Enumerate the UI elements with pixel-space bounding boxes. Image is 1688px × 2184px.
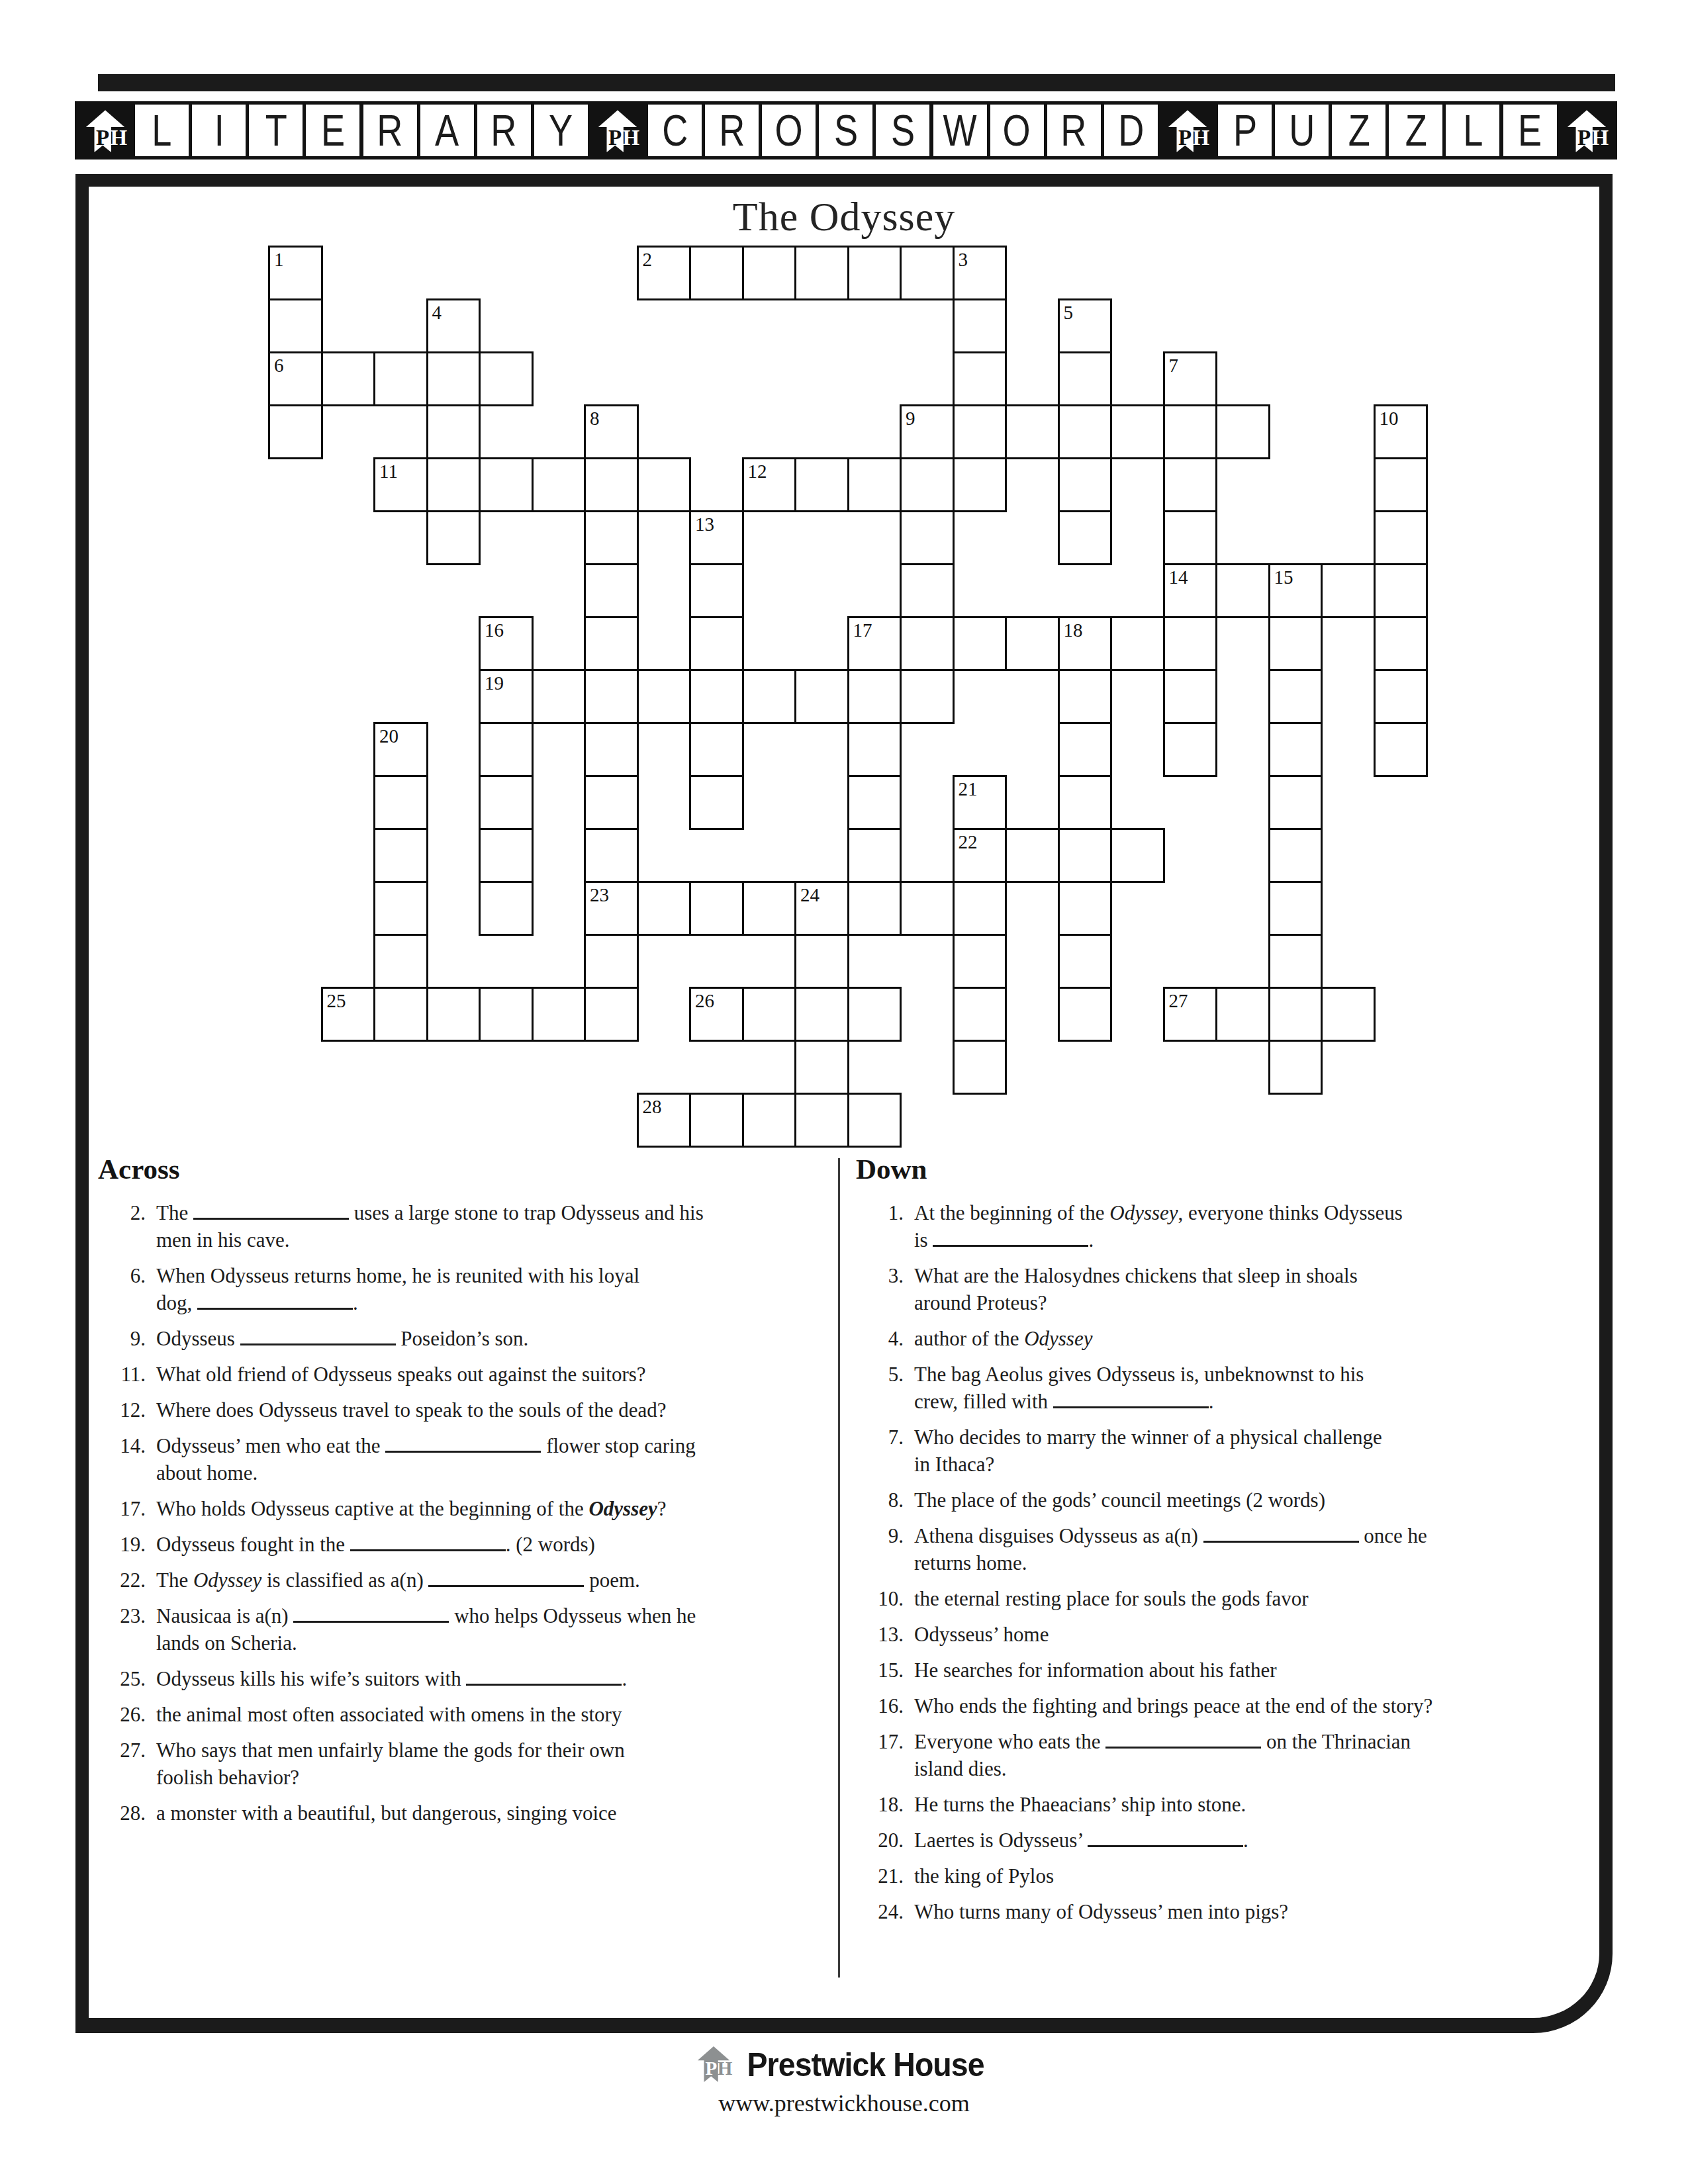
grid-cell[interactable]: 6 (268, 351, 323, 406)
cell-number: 11 (379, 460, 398, 482)
grid-cell[interactable]: 19 (479, 669, 534, 724)
grid-cell[interactable] (479, 775, 534, 830)
clue-text: Odysseus Poseidon’s son. (156, 1325, 829, 1352)
grid-cell[interactable] (1163, 457, 1218, 512)
clue-number: 25. (98, 1665, 156, 1692)
clue-text: Who says that men unfairly blame the god… (156, 1737, 829, 1791)
grid-cell[interactable] (794, 934, 849, 989)
grid-cell[interactable] (742, 246, 797, 300)
clue-number: 22. (98, 1567, 156, 1594)
cell-number: 24 (800, 884, 820, 906)
grid-cell[interactable] (742, 1093, 797, 1148)
grid-cell[interactable] (1268, 722, 1323, 777)
clue-item: 26.the animal most often associated with… (98, 1701, 829, 1728)
cell-number: 1 (274, 248, 284, 271)
clue-item: 14.Odysseus’ men who eat the flower stop… (98, 1432, 829, 1486)
grid-cell[interactable]: 18 (1058, 616, 1113, 671)
grid-cell[interactable] (1268, 669, 1323, 724)
grid-cell[interactable]: 24 (794, 881, 849, 936)
footer: PH Prestwick House www.prestwickhouse.co… (0, 2042, 1688, 2118)
grid-cell[interactable] (373, 881, 428, 936)
banner-letter-tile: S (872, 101, 933, 159)
cell-number: 4 (432, 301, 442, 324)
grid-cell[interactable] (794, 1040, 849, 1095)
grid-cell[interactable]: 4 (426, 298, 481, 353)
banner-letter: P (1233, 105, 1256, 156)
grid-cell[interactable]: 20 (373, 722, 428, 777)
grid-cell[interactable] (689, 246, 744, 300)
grid-cell[interactable] (953, 298, 1008, 353)
grid-cell[interactable] (479, 722, 534, 777)
clue-item: 27.Who says that men unfairly blame the … (98, 1737, 829, 1791)
clue-number: 10. (856, 1585, 914, 1612)
banner-letter-tile: P (1215, 101, 1275, 159)
banner-letter: T (265, 105, 287, 156)
banner-letter: C (662, 105, 688, 156)
banner-letter: A (435, 105, 459, 156)
clue-number: 26. (98, 1701, 156, 1728)
clue-number: 6. (98, 1262, 156, 1316)
grid-cell[interactable]: 22 (953, 828, 1008, 883)
clue-item: 18.He turns the Phaeacians’ ship into st… (856, 1791, 1591, 1818)
grid-cell[interactable] (689, 669, 744, 724)
prestwick-url: www.prestwickhouse.com (0, 2089, 1688, 2118)
grid-cell[interactable] (900, 510, 955, 565)
prestwick-wordmark: Prestwick House (747, 2044, 984, 2085)
grid-cell[interactable] (584, 669, 639, 724)
grid-cell[interactable] (1058, 934, 1113, 989)
clue-number: 28. (98, 1799, 156, 1827)
grid-cell[interactable] (426, 987, 481, 1042)
grid-cell[interactable] (584, 775, 639, 830)
clue-text: Who turns many of Odysseus’ men into pig… (914, 1898, 1591, 1925)
banner-letter: L (152, 105, 172, 156)
puzzle-title: The Odyssey (0, 193, 1688, 240)
grid-cell[interactable] (532, 457, 586, 512)
prestwick-house-tile-icon: PH (588, 101, 648, 159)
grid-cell[interactable]: 15 (1268, 563, 1323, 618)
clue-number: 8. (856, 1486, 914, 1514)
grid-cell[interactable] (637, 457, 692, 512)
cell-number: 27 (1169, 989, 1188, 1012)
cell-number: 23 (590, 884, 609, 906)
grid-cell[interactable] (1110, 404, 1165, 459)
svg-text:P: P (609, 126, 622, 150)
grid-cell[interactable] (1268, 775, 1323, 830)
grid-cell[interactable]: 12 (742, 457, 797, 512)
grid-cell[interactable] (847, 722, 902, 777)
grid-cell[interactable] (900, 616, 955, 671)
clue-item: 2.The uses a large stone to trap Odysseu… (98, 1199, 829, 1253)
clue-text: When Odysseus returns home, he is reunit… (156, 1262, 829, 1316)
clue-item: 10.the eternal resting place for souls t… (856, 1585, 1591, 1612)
clue-number: 9. (856, 1522, 914, 1576)
clue-item: 15.He searches for information about his… (856, 1657, 1591, 1684)
grid-cell[interactable] (584, 616, 639, 671)
grid-cell[interactable] (847, 1093, 902, 1148)
banner-letter: Z (1405, 105, 1427, 156)
prestwick-house-tile-icon: PH (1158, 101, 1218, 159)
clue-text: Odysseus kills his wife’s suitors with . (156, 1665, 829, 1692)
grid-cell[interactable] (1268, 881, 1323, 936)
grid-cell[interactable] (1058, 457, 1113, 512)
grid-cell[interactable] (1005, 828, 1060, 883)
grid-cell[interactable] (742, 987, 797, 1042)
banner-letter-tile: R (1044, 101, 1104, 159)
clue-number: 1. (856, 1199, 914, 1253)
clue-number: 3. (856, 1262, 914, 1316)
grid-cell[interactable] (584, 722, 639, 777)
answer-blank (1203, 1535, 1359, 1543)
grid-cell[interactable] (373, 934, 428, 989)
grid-cell[interactable] (1058, 669, 1113, 724)
grid-cell[interactable] (1215, 563, 1270, 618)
grid-cell[interactable] (1268, 1040, 1323, 1095)
grid-cell[interactable]: 27 (1163, 987, 1218, 1042)
grid-cell[interactable] (1268, 934, 1323, 989)
grid-cell[interactable] (373, 775, 428, 830)
grid-cell[interactable]: 25 (321, 987, 376, 1042)
answer-blank (193, 1212, 349, 1220)
grid-cell[interactable] (847, 881, 902, 936)
grid-cell[interactable] (900, 246, 955, 300)
grid-cell[interactable] (373, 987, 428, 1042)
grid-cell[interactable] (847, 775, 902, 830)
grid-cell[interactable] (689, 1093, 744, 1148)
grid-cell[interactable] (689, 616, 744, 671)
grid-cell[interactable]: 3 (953, 246, 1008, 300)
grid-cell[interactable] (532, 987, 586, 1042)
grid-cell[interactable] (584, 987, 639, 1042)
banner-letter: D (1118, 105, 1144, 156)
grid-cell[interactable]: 1 (268, 246, 323, 300)
cell-number: 9 (906, 407, 915, 430)
grid-cell[interactable]: 8 (584, 404, 639, 459)
clue-item: 28.a monster with a beautiful, but dange… (98, 1799, 829, 1827)
cell-number: 13 (695, 513, 714, 535)
grid-cell[interactable] (637, 881, 692, 936)
clue-text: Odysseus fought in the . (2 words) (156, 1531, 829, 1558)
clue-number: 12. (98, 1396, 156, 1424)
svg-text:P: P (1577, 126, 1591, 150)
answer-blank (428, 1580, 584, 1587)
clue-number: 27. (98, 1737, 156, 1791)
grid-cell[interactable] (794, 987, 849, 1042)
grid-cell[interactable]: 26 (689, 987, 744, 1042)
clue-item: 20.Laertes is Odysseus’ . (856, 1827, 1591, 1854)
grid-cell[interactable]: 9 (900, 404, 955, 459)
grid-cell[interactable] (1058, 722, 1113, 777)
cell-number: 21 (959, 778, 978, 800)
svg-text:H: H (718, 2058, 733, 2079)
clue-item: 11.What old friend of Odysseus speaks ou… (98, 1361, 829, 1388)
clue-text: Athena disguises Odysseus as a(n) once h… (914, 1522, 1591, 1576)
grid-cell[interactable] (584, 563, 639, 618)
grid-cell[interactable] (1374, 669, 1429, 724)
grid-cell[interactable] (794, 246, 849, 300)
banner-letter-tile: O (987, 101, 1047, 159)
grid-cell[interactable] (847, 457, 902, 512)
clue-item: 17.Everyone who eats the on the Thrinaci… (856, 1728, 1591, 1782)
banner-letter-tile: R (360, 101, 420, 159)
grid-cell[interactable] (1005, 404, 1060, 459)
grid-cell[interactable] (689, 775, 744, 830)
grid-cell[interactable] (1163, 404, 1218, 459)
cell-number: 6 (274, 354, 284, 377)
cell-number: 5 (1064, 301, 1074, 324)
banner-letter: E (1518, 105, 1542, 156)
grid-cell[interactable]: 14 (1163, 563, 1218, 618)
grid-cell[interactable] (794, 457, 849, 512)
grid-cell[interactable] (1268, 987, 1323, 1042)
grid-cell[interactable] (532, 669, 586, 724)
clue-item: 12.Where does Odysseus travel to speak t… (98, 1396, 829, 1424)
grid-cell[interactable]: 21 (953, 775, 1008, 830)
prestwick-brand-row: PH Prestwick House (0, 2042, 1688, 2087)
banner-letter-tile: R (702, 101, 762, 159)
grid-cell[interactable]: 17 (847, 616, 902, 671)
cell-number: 28 (643, 1095, 662, 1118)
grid-cell[interactable] (479, 828, 534, 883)
clue-text: Who ends the fighting and brings peace a… (914, 1692, 1591, 1719)
grid-cell[interactable] (1163, 669, 1218, 724)
clue-text: Where does Odysseus travel to speak to t… (156, 1396, 829, 1424)
svg-text:H: H (1193, 126, 1210, 150)
answer-blank (240, 1338, 396, 1345)
clue-text: Who decides to marry the winner of a phy… (914, 1424, 1591, 1478)
grid-cell[interactable] (1058, 351, 1113, 406)
svg-text:H: H (110, 126, 127, 150)
grid-cell[interactable] (479, 881, 534, 936)
grid-cell[interactable] (426, 404, 481, 459)
grid-cell[interactable] (1321, 987, 1376, 1042)
clue-number: 20. (856, 1827, 914, 1854)
clue-item: 23.Nausicaa is a(n) who helps Odysseus w… (98, 1602, 829, 1657)
clue-text: Laertes is Odysseus’ . (914, 1827, 1591, 1854)
banner-letter-tile: Z (1329, 101, 1389, 159)
grid-cell[interactable] (1058, 510, 1113, 565)
grid-cell[interactable]: 13 (689, 510, 744, 565)
grid-cell[interactable]: 5 (1058, 298, 1113, 353)
grid-cell[interactable] (1058, 404, 1113, 459)
grid-cell[interactable] (1005, 616, 1060, 671)
grid-cell[interactable] (426, 351, 481, 406)
grid-cell[interactable] (1058, 881, 1113, 936)
banner-letter: S (891, 105, 915, 156)
grid-cell[interactable] (953, 881, 1008, 936)
clue-item: 17.Who holds Odysseus captive at the beg… (98, 1495, 829, 1522)
clue-number: 14. (98, 1432, 156, 1486)
cell-number: 8 (590, 407, 600, 430)
grid-cell[interactable] (1374, 722, 1429, 777)
grid-cell[interactable] (1374, 510, 1429, 565)
svg-text:H: H (623, 126, 640, 150)
clue-item: 21.the king of Pylos (856, 1862, 1591, 1889)
banner-letter-tile: A (417, 101, 477, 159)
clue-number: 18. (856, 1791, 914, 1818)
grid-cell[interactable] (900, 881, 955, 936)
grid-cell[interactable] (1321, 563, 1376, 618)
grid-cell[interactable] (1268, 828, 1323, 883)
grid-cell[interactable] (900, 457, 955, 512)
banner-letter-tile: L (1442, 101, 1503, 159)
clue-text: the eternal resting place for souls the … (914, 1585, 1591, 1612)
grid-cell[interactable] (1058, 775, 1113, 830)
grid-cell[interactable] (479, 457, 534, 512)
clue-number: 7. (856, 1424, 914, 1478)
grid-cell[interactable] (1268, 616, 1323, 671)
svg-text:P: P (96, 126, 109, 150)
grid-cell[interactable]: 11 (373, 457, 428, 512)
banner-letter-tile: E (303, 101, 363, 159)
grid-cell[interactable] (584, 510, 639, 565)
answer-blank (293, 1615, 449, 1623)
cell-number: 16 (485, 619, 504, 641)
down-clue-list: 1.At the beginning of the Odyssey, every… (856, 1199, 1591, 1925)
grid-cell[interactable] (794, 1093, 849, 1148)
grid-cell[interactable] (742, 881, 797, 936)
grid-cell[interactable]: 7 (1163, 351, 1218, 406)
clue-item: 19.Odysseus fought in the . (2 words) (98, 1531, 829, 1558)
cell-number: 15 (1274, 566, 1293, 588)
clue-item: 9.Odysseus Poseidon’s son. (98, 1325, 829, 1352)
clue-item: 22.The Odyssey is classified as a(n) poe… (98, 1567, 829, 1594)
clue-text: The place of the gods’ council meetings … (914, 1486, 1591, 1514)
grid-cell[interactable] (479, 351, 534, 406)
grid-cell[interactable] (1163, 722, 1218, 777)
grid-cell[interactable] (953, 1040, 1008, 1095)
grid-cell[interactable] (689, 563, 744, 618)
grid-cell[interactable] (321, 351, 376, 406)
clue-number: 2. (98, 1199, 156, 1253)
grid-cell[interactable] (1110, 828, 1165, 883)
grid-cell[interactable] (584, 828, 639, 883)
cell-number: 19 (485, 672, 504, 694)
grid-cell[interactable] (953, 351, 1008, 406)
clue-text: Who holds Odysseus captive at the beginn… (156, 1495, 829, 1522)
grid-cell[interactable] (426, 457, 481, 512)
grid-cell[interactable] (953, 616, 1008, 671)
cell-number: 7 (1169, 354, 1179, 377)
grid-cell[interactable] (584, 457, 639, 512)
clue-item: 16.Who ends the fighting and brings peac… (856, 1692, 1591, 1719)
clue-number: 21. (856, 1862, 914, 1889)
grid-cell[interactable] (373, 828, 428, 883)
grid-cell[interactable]: 10 (1374, 404, 1429, 459)
grid-cell[interactable] (426, 510, 481, 565)
grid-cell[interactable] (1058, 828, 1113, 883)
banner-letter: E (321, 105, 345, 156)
grid-cell[interactable] (373, 351, 428, 406)
across-heading: Across (98, 1153, 829, 1186)
clue-text: a monster with a beautiful, but dangerou… (156, 1799, 829, 1827)
house-arrow-icon: PH (694, 2042, 733, 2087)
grid-cell[interactable]: 28 (637, 1093, 692, 1148)
grid-cell[interactable] (584, 934, 639, 989)
clue-text: The Odyssey is classified as a(n) poem. (156, 1567, 829, 1594)
clue-item: 25.Odysseus kills his wife’s suitors wit… (98, 1665, 829, 1692)
grid-cell[interactable] (1110, 616, 1165, 671)
clue-number: 4. (856, 1325, 914, 1352)
answer-blank (197, 1302, 353, 1310)
clue-number: 19. (98, 1531, 156, 1558)
grid-cell[interactable] (1163, 510, 1218, 565)
across-clue-list: 2.The uses a large stone to trap Odysseu… (98, 1199, 829, 1827)
grid-cell[interactable] (1163, 616, 1218, 671)
grid-cell[interactable] (689, 881, 744, 936)
clue-item: 13.Odysseus’ home (856, 1621, 1591, 1648)
clue-item: 4.author of the Odyssey (856, 1325, 1591, 1352)
banner-letter-tile: Y (531, 101, 591, 159)
grid-cell[interactable] (1374, 563, 1429, 618)
literary-crossword-puzzle-banner: PHLITERARYPHCROSSWORDPHPUZZLEPH (75, 101, 1614, 159)
grid-cell[interactable] (900, 669, 955, 724)
clue-item: 7.Who decides to marry the winner of a p… (856, 1424, 1591, 1478)
cell-number: 10 (1380, 407, 1399, 430)
clue-number: 15. (856, 1657, 914, 1684)
grid-cell[interactable] (847, 987, 902, 1042)
grid-cell[interactable] (637, 669, 692, 724)
clue-item: 6.When Odysseus returns home, he is reun… (98, 1262, 829, 1316)
grid-cell[interactable] (479, 987, 534, 1042)
grid-cell[interactable]: 23 (584, 881, 639, 936)
banner-letter-tile: E (1500, 101, 1560, 159)
grid-cell[interactable] (953, 404, 1008, 459)
clue-item: 5.The bag Aeolus gives Odysseus is, unbe… (856, 1361, 1591, 1415)
clue-text: At the beginning of the Odyssey, everyon… (914, 1199, 1591, 1253)
grid-cell[interactable] (847, 246, 902, 300)
grid-cell[interactable] (953, 934, 1008, 989)
grid-cell[interactable] (1215, 987, 1270, 1042)
clue-column-divider (838, 1158, 840, 1978)
grid-cell[interactable] (689, 722, 744, 777)
grid-cell[interactable] (953, 457, 1008, 512)
grid-cell[interactable] (268, 404, 323, 459)
grid-cell[interactable] (742, 669, 797, 724)
banner-letter: W (943, 105, 976, 156)
answer-blank (1053, 1401, 1209, 1408)
across-clues: Across 2.The uses a large stone to trap … (98, 1153, 829, 1835)
grid-cell[interactable] (900, 563, 955, 618)
banner-letter: O (775, 105, 803, 156)
cell-number: 22 (959, 831, 978, 853)
banner-letter: R (719, 105, 745, 156)
grid-cell[interactable] (953, 987, 1008, 1042)
grid-cell[interactable] (268, 298, 323, 353)
grid-cell[interactable] (1058, 987, 1113, 1042)
cell-number: 3 (959, 248, 968, 271)
grid-cell[interactable] (847, 828, 902, 883)
clue-number: 23. (98, 1602, 156, 1657)
banner-letter: O (1003, 105, 1031, 156)
grid-cell[interactable] (847, 669, 902, 724)
svg-text:P: P (706, 2058, 718, 2079)
banner-letter: U (1289, 105, 1315, 156)
grid-cell[interactable]: 16 (479, 616, 534, 671)
grid-cell[interactable] (1374, 616, 1429, 671)
banner-letter-tile: U (1272, 101, 1332, 159)
clue-text: What are the Halosydnes chickens that sl… (914, 1262, 1591, 1316)
grid-cell[interactable] (1374, 457, 1429, 512)
clue-item: 8.The place of the gods’ council meeting… (856, 1486, 1591, 1514)
grid-cell[interactable] (1215, 404, 1270, 459)
clue-item: 24.Who turns many of Odysseus’ men into … (856, 1898, 1591, 1925)
grid-cell[interactable] (794, 669, 849, 724)
clue-number: 24. (856, 1898, 914, 1925)
answer-blank (933, 1240, 1088, 1247)
grid-cell[interactable]: 2 (637, 246, 692, 300)
banner-letter: R (377, 105, 402, 156)
